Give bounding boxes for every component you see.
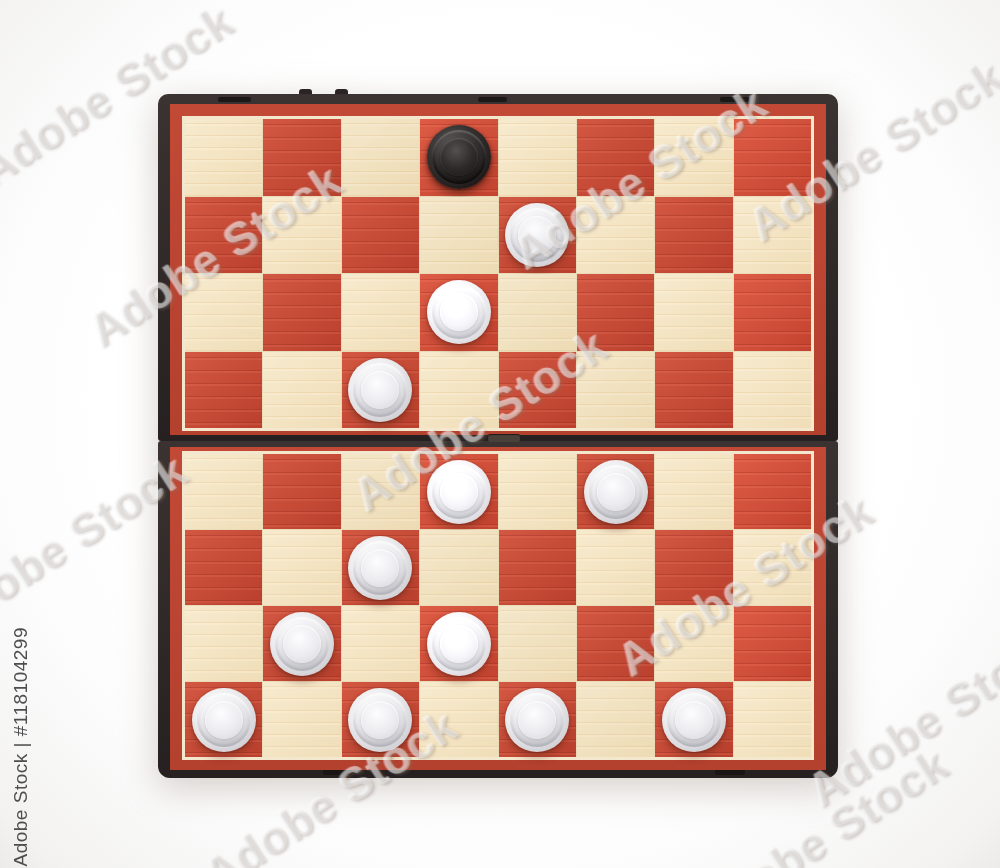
black-checker[interactable] — [427, 125, 491, 189]
checkers-board — [158, 94, 838, 778]
square-r8c8 — [734, 682, 811, 757]
white-checker[interactable] — [662, 688, 726, 752]
white-checker[interactable] — [427, 280, 491, 344]
square-r7c7 — [655, 606, 732, 681]
square-r7c4[interactable] — [420, 606, 497, 681]
square-r6c6 — [577, 530, 654, 605]
square-r3c4[interactable] — [420, 274, 497, 351]
square-r3c7 — [655, 274, 732, 351]
checker-dome — [440, 138, 478, 176]
frame-slot — [720, 97, 749, 102]
square-r3c8[interactable] — [734, 274, 811, 351]
square-r2c8 — [734, 197, 811, 274]
square-r5c6[interactable] — [577, 454, 654, 529]
square-r5c4[interactable] — [420, 454, 497, 529]
square-r6c8 — [734, 530, 811, 605]
frame-slot — [323, 770, 353, 775]
square-r5c5 — [499, 454, 576, 529]
square-r4c1[interactable] — [185, 352, 262, 429]
square-r7c2[interactable] — [263, 606, 340, 681]
checker-dome — [597, 473, 635, 511]
square-r5c7 — [655, 454, 732, 529]
square-r1c2[interactable] — [263, 119, 340, 196]
square-r7c5 — [499, 606, 576, 681]
red-border-bottom — [170, 447, 826, 770]
square-r2c2 — [263, 197, 340, 274]
square-r7c8[interactable] — [734, 606, 811, 681]
square-r3c6[interactable] — [577, 274, 654, 351]
checkerboard-grid-top — [185, 119, 811, 428]
square-r4c7[interactable] — [655, 352, 732, 429]
square-r8c2 — [263, 682, 340, 757]
square-r6c4 — [420, 530, 497, 605]
square-r6c1[interactable] — [185, 530, 262, 605]
square-r8c1[interactable] — [185, 682, 262, 757]
square-r6c5[interactable] — [499, 530, 576, 605]
photo-background: Adobe StockAdobe StockAdobe StockAdobe S… — [0, 0, 1000, 868]
square-r1c1 — [185, 119, 262, 196]
checker-dome — [361, 701, 399, 739]
square-r3c3 — [342, 274, 419, 351]
square-r2c6 — [577, 197, 654, 274]
checkerboard-grid-bottom — [185, 454, 811, 757]
square-r5c1 — [185, 454, 262, 529]
square-r8c7[interactable] — [655, 682, 732, 757]
checker-dome — [361, 371, 399, 409]
square-r4c4 — [420, 352, 497, 429]
square-r7c3 — [342, 606, 419, 681]
square-r1c4[interactable] — [420, 119, 497, 196]
square-r2c1[interactable] — [185, 197, 262, 274]
square-r5c2[interactable] — [263, 454, 340, 529]
square-r5c8[interactable] — [734, 454, 811, 529]
square-r1c5 — [499, 119, 576, 196]
white-checker[interactable] — [505, 203, 569, 267]
square-r2c7[interactable] — [655, 197, 732, 274]
white-checker[interactable] — [505, 688, 569, 752]
checker-dome — [518, 216, 556, 254]
square-r4c3[interactable] — [342, 352, 419, 429]
square-r8c5[interactable] — [499, 682, 576, 757]
white-checker[interactable] — [270, 612, 334, 676]
checker-dome — [361, 549, 399, 587]
square-r1c6[interactable] — [577, 119, 654, 196]
square-r8c4 — [420, 682, 497, 757]
square-r6c2 — [263, 530, 340, 605]
square-r7c6[interactable] — [577, 606, 654, 681]
square-r4c6 — [577, 352, 654, 429]
hinge — [488, 434, 520, 442]
pinstripe-top — [182, 116, 814, 431]
white-checker[interactable] — [584, 460, 648, 524]
board-bottom-half — [158, 441, 838, 778]
square-r8c6 — [577, 682, 654, 757]
white-checker[interactable] — [348, 536, 412, 600]
square-r6c7[interactable] — [655, 530, 732, 605]
square-r1c3 — [342, 119, 419, 196]
square-r2c5[interactable] — [499, 197, 576, 274]
frame-slot — [478, 97, 507, 102]
square-r6c3[interactable] — [342, 530, 419, 605]
pinstripe-bottom — [182, 451, 814, 760]
square-r1c8[interactable] — [734, 119, 811, 196]
square-r5c3 — [342, 454, 419, 529]
checker-dome — [283, 625, 321, 663]
checker-dome — [518, 701, 556, 739]
watermark-id: Adobe Stock | #118104299 — [10, 627, 32, 867]
square-r8c3[interactable] — [342, 682, 419, 757]
square-r2c4 — [420, 197, 497, 274]
frame-slot — [715, 770, 745, 775]
checker-dome — [440, 293, 478, 331]
white-checker[interactable] — [427, 612, 491, 676]
square-r3c2[interactable] — [263, 274, 340, 351]
square-r4c8 — [734, 352, 811, 429]
square-r1c7 — [655, 119, 732, 196]
red-border-top — [170, 104, 826, 435]
board-top-half — [158, 94, 838, 441]
white-checker[interactable] — [348, 358, 412, 422]
square-r2c3[interactable] — [342, 197, 419, 274]
square-r3c1 — [185, 274, 262, 351]
checker-dome — [440, 473, 478, 511]
white-checker[interactable] — [427, 460, 491, 524]
checker-dome — [675, 701, 713, 739]
white-checker[interactable] — [348, 688, 412, 752]
square-r7c1 — [185, 606, 262, 681]
checker-dome — [440, 625, 478, 663]
square-r4c2 — [263, 352, 340, 429]
square-r3c5 — [499, 274, 576, 351]
white-checker[interactable] — [192, 688, 256, 752]
square-r4c5[interactable] — [499, 352, 576, 429]
frame-slot — [218, 97, 251, 102]
checker-dome — [205, 701, 243, 739]
